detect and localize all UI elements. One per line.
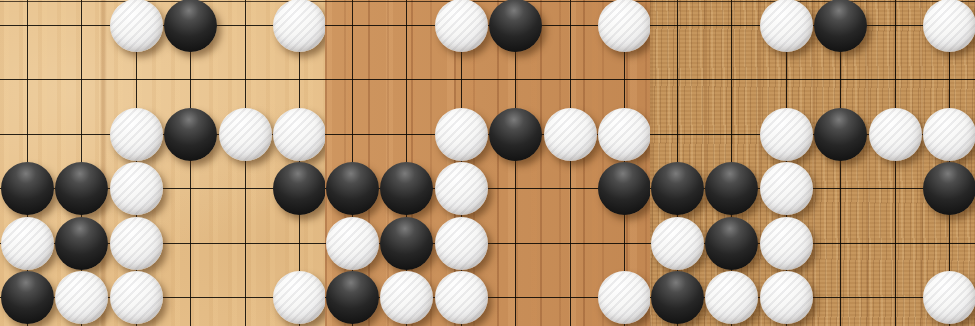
black-stone — [814, 0, 867, 52]
black-stone — [55, 217, 108, 270]
black-stone — [326, 162, 379, 215]
black-stone — [380, 162, 433, 215]
white-stone — [760, 108, 813, 161]
grid-line-horizontal — [0, 79, 325, 80]
grid-line-vertical — [570, 0, 571, 326]
white-stone — [55, 271, 108, 324]
black-stone — [705, 162, 758, 215]
white-stone — [923, 0, 975, 52]
white-stone — [273, 0, 325, 52]
black-stone — [489, 108, 542, 161]
white-stone — [760, 162, 813, 215]
white-stone — [760, 271, 813, 324]
black-stone — [326, 271, 379, 324]
white-stone — [760, 217, 813, 270]
white-stone — [869, 108, 922, 161]
white-stone — [110, 162, 163, 215]
white-stone — [110, 271, 163, 324]
white-stone — [705, 271, 758, 324]
black-stone — [814, 108, 867, 161]
go-board-panel-light-wood[interactable] — [0, 0, 325, 326]
top-edge-grid-line — [325, 1, 650, 2]
white-stone — [923, 108, 975, 161]
white-stone — [435, 162, 488, 215]
white-stone — [923, 271, 975, 324]
top-edge-grid-line — [650, 1, 975, 2]
top-edge-grid-line — [0, 1, 325, 2]
go-board-panel-rough-wood[interactable] — [650, 0, 975, 326]
black-stone — [705, 217, 758, 270]
white-stone — [110, 108, 163, 161]
white-stone — [1, 217, 54, 270]
black-stone — [598, 162, 650, 215]
grid-line-horizontal — [650, 79, 975, 80]
grid-line-vertical — [245, 0, 246, 326]
white-stone — [598, 0, 650, 52]
white-stone — [326, 217, 379, 270]
white-stone — [110, 217, 163, 270]
white-stone — [435, 108, 488, 161]
white-stone — [435, 0, 488, 52]
white-stone — [435, 217, 488, 270]
grid-line-vertical — [895, 0, 896, 326]
white-stone — [651, 217, 704, 270]
white-stone — [598, 271, 650, 324]
go-board-texture-strip — [0, 0, 975, 326]
go-board-panel-streaked-wood[interactable] — [325, 0, 650, 326]
black-stone — [164, 0, 217, 52]
white-stone — [219, 108, 272, 161]
black-stone — [651, 162, 704, 215]
black-stone — [164, 108, 217, 161]
white-stone — [380, 271, 433, 324]
black-stone — [273, 162, 325, 215]
white-stone — [435, 271, 488, 324]
white-stone — [598, 108, 650, 161]
black-stone — [923, 162, 975, 215]
white-stone — [760, 0, 813, 52]
white-stone — [273, 271, 325, 324]
white-stone — [544, 108, 597, 161]
white-stone — [110, 0, 163, 52]
white-stone — [273, 108, 325, 161]
black-stone — [380, 217, 433, 270]
black-stone — [489, 0, 542, 52]
black-stone — [1, 271, 54, 324]
black-stone — [1, 162, 54, 215]
black-stone — [651, 271, 704, 324]
black-stone — [55, 162, 108, 215]
grid-line-horizontal — [325, 79, 650, 80]
